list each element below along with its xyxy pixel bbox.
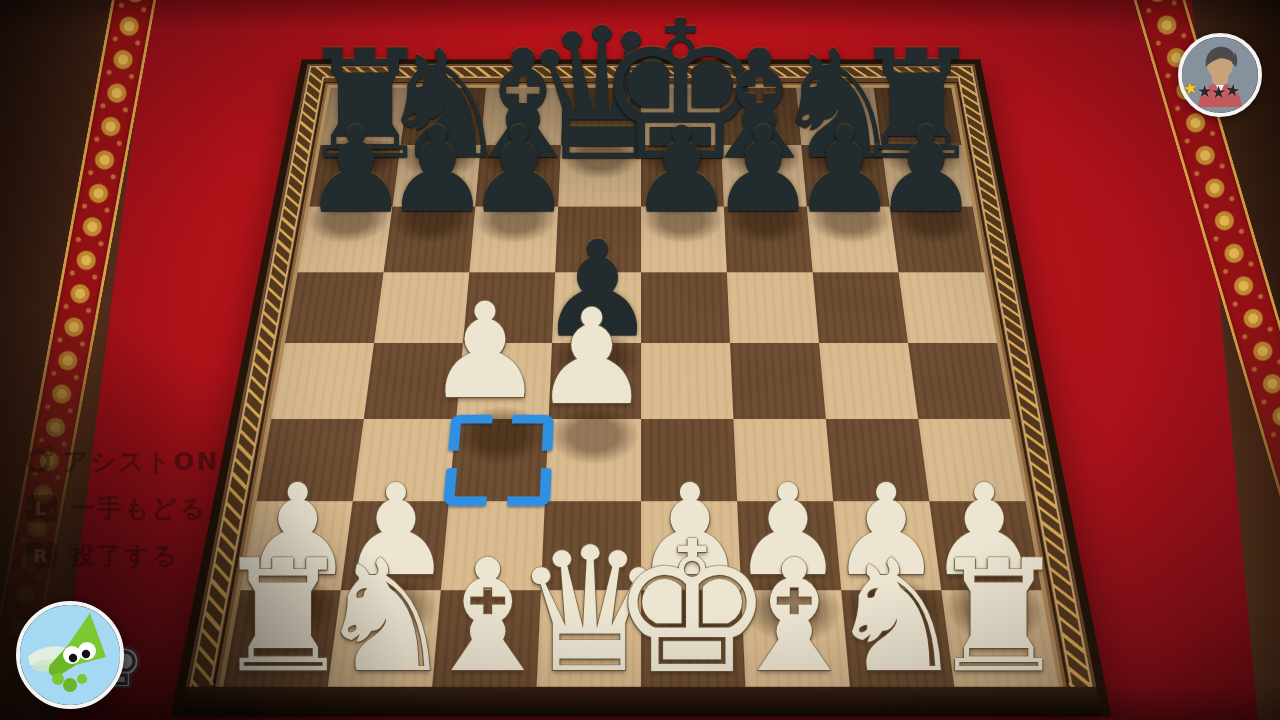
squid-icon: [20, 605, 120, 705]
hint-label: アシストON: [63, 445, 220, 478]
piece-black-p-h7[interactable]: ♟: [873, 111, 979, 229]
piece-white-p-c4[interactable]: ♟: [426, 285, 544, 417]
square-f5[interactable]: [727, 272, 819, 343]
stick-icon: [26, 449, 50, 473]
square-h4[interactable]: [908, 343, 1011, 419]
player-avatar: [16, 601, 124, 709]
dark-star-icon: ★: [1224, 81, 1241, 100]
hint-assist: アシストON: [26, 446, 220, 476]
piece-white-r-h1[interactable]: ♜: [929, 539, 1068, 694]
button-hints: アシストONL一手もどるR投了する: [26, 446, 220, 587]
square-g5[interactable]: [813, 272, 908, 343]
square-a5[interactable]: [285, 272, 384, 343]
hint-label: 一手もどる: [70, 492, 207, 525]
dark-star-icon: ★: [1197, 83, 1212, 100]
square-g4[interactable]: [819, 343, 918, 419]
piece-white-p-d4[interactable]: ♟: [532, 291, 650, 423]
square-f4[interactable]: [730, 343, 826, 419]
cpu-difficulty-stars: ★★★★: [1183, 74, 1253, 100]
square-a4[interactable]: [271, 343, 374, 419]
hint-R: R投了する: [26, 540, 220, 570]
hint-label: 投了する: [70, 539, 179, 572]
player-avatar-ring: [16, 601, 124, 709]
r-button-icon: R: [26, 542, 57, 569]
l-button-icon: L: [26, 495, 57, 522]
game-scene: アシストONL一手もどるR投了する ♜♞♝♛♚♝♞♜♟♟♟♟♟♟♟♟♟♟♟♟♟♟…: [0, 0, 1280, 720]
square-h5[interactable]: [898, 272, 997, 343]
hint-L: L一手もどる: [26, 493, 220, 523]
